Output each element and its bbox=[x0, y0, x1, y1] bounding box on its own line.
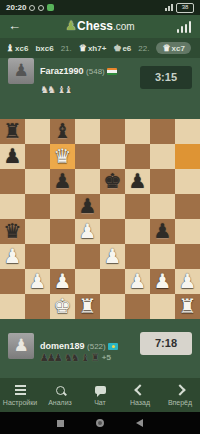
chat-button[interactable]: Чат bbox=[80, 384, 120, 406]
square-c2[interactable]: ♟ bbox=[50, 269, 75, 294]
logo-suffix: .com bbox=[113, 21, 135, 32]
square-d6[interactable] bbox=[75, 169, 100, 194]
white-queen-c7[interactable]: ♛ bbox=[50, 144, 75, 169]
square-d1[interactable]: ♜ bbox=[75, 294, 100, 319]
square-e2[interactable] bbox=[100, 269, 125, 294]
move-text: e6 bbox=[122, 44, 131, 53]
forward-label: Вперёд bbox=[168, 399, 192, 406]
black-pawn-f6[interactable]: ♟ bbox=[125, 169, 150, 194]
square-f7[interactable] bbox=[125, 144, 150, 169]
move-number[interactable]: 21. bbox=[61, 44, 72, 53]
square-c8[interactable]: ♝ bbox=[50, 119, 75, 144]
square-c7[interactable]: ♛ bbox=[50, 144, 75, 169]
square-g4[interactable]: ♟ bbox=[150, 219, 175, 244]
move-back-button[interactable]: Назад bbox=[120, 384, 160, 406]
signal-icon bbox=[165, 4, 173, 11]
square-d8[interactable] bbox=[75, 119, 100, 144]
square-e1[interactable] bbox=[100, 294, 125, 319]
white-rook-h1[interactable]: ♜ bbox=[175, 294, 200, 319]
captured-pawns: ♟♟♟ bbox=[40, 352, 61, 363]
white-rook-d1[interactable]: ♜ bbox=[75, 294, 100, 319]
square-h6[interactable] bbox=[175, 169, 200, 194]
clock-time: 20:20 bbox=[6, 3, 26, 12]
battery-icon: 38 bbox=[176, 3, 194, 13]
menu-icon bbox=[15, 385, 26, 387]
captured-pieces-tray: ♟♟♟♞♞♝♜+5 bbox=[40, 352, 111, 363]
back-triangle-icon[interactable] bbox=[136, 419, 143, 427]
move-forward-button[interactable]: Вперёд bbox=[160, 384, 200, 406]
analysis-label: Анализ bbox=[48, 399, 72, 406]
chesscom-logo: ♟Chess.com bbox=[0, 18, 200, 33]
square-g1[interactable] bbox=[150, 294, 175, 319]
white-b-move-icon: ♝ bbox=[6, 43, 14, 53]
move[interactable]: ♛xh7+ bbox=[79, 43, 107, 53]
square-c5[interactable] bbox=[50, 194, 75, 219]
square-e7[interactable] bbox=[100, 144, 125, 169]
square-c6[interactable]: ♟ bbox=[50, 169, 75, 194]
move-number[interactable]: 22. bbox=[138, 44, 149, 53]
chat-label: Чат bbox=[94, 399, 106, 406]
captured-knights: ♞♞ bbox=[40, 84, 54, 95]
kazakhstan-flag-icon bbox=[108, 343, 118, 350]
analysis-icon bbox=[56, 386, 65, 395]
settings-button[interactable]: Настройки bbox=[0, 384, 40, 406]
bottom-toolbar: Настройки Анализ Чат Назад Вперёд bbox=[0, 378, 200, 412]
player-name-row[interactable]: domen189 (522) bbox=[40, 341, 118, 351]
app-header: ← ♟Chess.com bbox=[0, 15, 200, 38]
india-flag-icon bbox=[107, 68, 117, 75]
captured-bishops: ♝ bbox=[81, 352, 88, 363]
pawn-logo-icon: ♟ bbox=[65, 18, 77, 33]
square-a8[interactable]: ♜ bbox=[0, 119, 25, 144]
analysis-button[interactable]: Анализ bbox=[40, 384, 80, 406]
square-d7[interactable] bbox=[75, 144, 100, 169]
clock-bottom: 7:18 bbox=[140, 332, 192, 355]
white-pawn-d4[interactable]: ♟ bbox=[75, 219, 100, 244]
move-text: xc7 bbox=[172, 44, 185, 53]
move-text: bxc6 bbox=[35, 44, 53, 53]
square-e8[interactable] bbox=[100, 119, 125, 144]
square-a3[interactable]: ♟ bbox=[0, 244, 25, 269]
square-a6[interactable] bbox=[0, 169, 25, 194]
square-e4[interactable] bbox=[100, 219, 125, 244]
player-name-row[interactable]: Faraz1990 (548) bbox=[40, 66, 117, 76]
move[interactable]: ♚e6 bbox=[113, 43, 131, 53]
square-f5[interactable] bbox=[125, 194, 150, 219]
square-c3[interactable] bbox=[50, 244, 75, 269]
white-pawn-f2[interactable]: ♟ bbox=[125, 269, 150, 294]
avatar-piece-icon: ♟ bbox=[13, 61, 28, 80]
square-g6[interactable] bbox=[150, 169, 175, 194]
square-b6[interactable] bbox=[25, 169, 50, 194]
move-text: xh7+ bbox=[88, 44, 106, 53]
timer-icon bbox=[38, 5, 44, 11]
square-b2[interactable]: ♟ bbox=[25, 269, 50, 294]
square-f1[interactable] bbox=[125, 294, 150, 319]
connection-bars-icon[interactable] bbox=[177, 21, 192, 33]
white-king-c1[interactable]: ♚ bbox=[50, 294, 75, 319]
chess-board[interactable]: ♜♝♟♛♟♚♟♟♛♟♟♟♟♟♟♟♟♟♚♜♜ bbox=[0, 119, 200, 319]
move[interactable]: bxc6 bbox=[35, 44, 53, 53]
black-king-e6[interactable]: ♚ bbox=[100, 169, 125, 194]
square-c4[interactable] bbox=[50, 219, 75, 244]
move-text: xc6 bbox=[15, 44, 28, 53]
black-pawn-g4[interactable]: ♟ bbox=[150, 219, 175, 244]
square-e6[interactable]: ♚ bbox=[100, 169, 125, 194]
square-b3[interactable] bbox=[25, 244, 50, 269]
player-name: Faraz1990 bbox=[40, 66, 84, 76]
captured-rooks: ♜ bbox=[91, 352, 98, 363]
white-pawn-c2[interactable]: ♟ bbox=[50, 269, 75, 294]
square-f8[interactable] bbox=[125, 119, 150, 144]
captured-bishops: ♝♝ bbox=[57, 84, 71, 95]
square-g7[interactable] bbox=[150, 144, 175, 169]
square-d3[interactable] bbox=[75, 244, 100, 269]
square-b7[interactable] bbox=[25, 144, 50, 169]
square-f4[interactable] bbox=[125, 219, 150, 244]
square-h7[interactable] bbox=[175, 144, 200, 169]
square-d2[interactable] bbox=[75, 269, 100, 294]
square-d5[interactable]: ♟ bbox=[75, 194, 100, 219]
square-c1[interactable]: ♚ bbox=[50, 294, 75, 319]
white-pawn-b2[interactable]: ♟ bbox=[25, 269, 50, 294]
square-g2[interactable]: ♟ bbox=[150, 269, 175, 294]
square-g3[interactable] bbox=[150, 244, 175, 269]
status-bar: 20:20 38 bbox=[0, 0, 200, 15]
black-pawn-c6[interactable]: ♟ bbox=[50, 169, 75, 194]
android-nav-bar bbox=[0, 412, 200, 434]
move-list[interactable]: ♝xc6bxc621.♛xh7+♚e622.♛xc7 bbox=[0, 38, 200, 58]
black-k-move-icon: ♚ bbox=[113, 43, 121, 53]
alarm-icon bbox=[29, 5, 35, 11]
square-h2[interactable]: ♟ bbox=[175, 269, 200, 294]
clock-top: 3:15 bbox=[140, 66, 192, 89]
square-a5[interactable] bbox=[0, 194, 25, 219]
player-rating: (522) bbox=[87, 342, 106, 351]
square-d4[interactable]: ♟ bbox=[75, 219, 100, 244]
white-pawn-e3[interactable]: ♟ bbox=[100, 244, 125, 269]
square-b8[interactable] bbox=[25, 119, 50, 144]
square-a1[interactable] bbox=[0, 294, 25, 319]
white-q-move-icon: ♛ bbox=[162, 43, 170, 53]
logo-text: Chess bbox=[77, 19, 113, 33]
square-e3[interactable]: ♟ bbox=[100, 244, 125, 269]
square-h4[interactable] bbox=[175, 219, 200, 244]
forward-icon bbox=[174, 384, 185, 395]
square-h3[interactable] bbox=[175, 244, 200, 269]
square-f3[interactable] bbox=[125, 244, 150, 269]
player-panel-top: ♟ Faraz1990 (548) ♞♞♝♝ 3:15 bbox=[0, 58, 200, 119]
square-a4[interactable]: ♛ bbox=[0, 219, 25, 244]
current-move[interactable]: ♛xc7 bbox=[156, 42, 190, 54]
home-circle-icon[interactable] bbox=[96, 419, 104, 427]
square-f2[interactable]: ♟ bbox=[125, 269, 150, 294]
captured-pieces-tray: ♞♞♝♝ bbox=[40, 84, 71, 95]
square-b1[interactable] bbox=[25, 294, 50, 319]
player-rating: (548) bbox=[86, 67, 105, 76]
back-icon bbox=[134, 384, 145, 395]
square-g8[interactable] bbox=[150, 119, 175, 144]
black-pawn-d5[interactable]: ♟ bbox=[75, 194, 100, 219]
chat-icon bbox=[95, 386, 106, 394]
square-f6[interactable]: ♟ bbox=[125, 169, 150, 194]
white-pawn-g2[interactable]: ♟ bbox=[150, 269, 175, 294]
avatar-piece-icon: ♟ bbox=[13, 336, 28, 355]
recents-square-icon[interactable] bbox=[57, 420, 64, 427]
square-h8[interactable] bbox=[175, 119, 200, 144]
black-bishop-c8[interactable]: ♝ bbox=[50, 119, 75, 144]
square-a7[interactable]: ♟ bbox=[0, 144, 25, 169]
black-queen-a4[interactable]: ♛ bbox=[0, 219, 25, 244]
move[interactable]: ♝xc6 bbox=[6, 43, 28, 53]
black-pawn-a7[interactable]: ♟ bbox=[0, 144, 25, 169]
square-a2[interactable] bbox=[0, 269, 25, 294]
square-e5[interactable] bbox=[100, 194, 125, 219]
settings-label: Настройки bbox=[3, 399, 37, 406]
white-pawn-a3[interactable]: ♟ bbox=[0, 244, 25, 269]
white-pawn-h2[interactable]: ♟ bbox=[175, 269, 200, 294]
avatar[interactable]: ♟ bbox=[8, 58, 34, 84]
square-h5[interactable] bbox=[175, 194, 200, 219]
notification-app-icon bbox=[47, 4, 54, 11]
square-b5[interactable] bbox=[25, 194, 50, 219]
back-label: Назад bbox=[130, 399, 150, 406]
captured-knights: ♞♞ bbox=[64, 352, 78, 363]
player-panel-bottom: ♟ domen189 (522) ♟♟♟♞♞♝♜+5 7:18 bbox=[0, 319, 200, 378]
player-name: domen189 bbox=[40, 341, 85, 351]
black-rook-a8[interactable]: ♜ bbox=[0, 119, 25, 144]
avatar[interactable]: ♟ bbox=[8, 333, 34, 359]
material-advantage: +5 bbox=[102, 353, 111, 362]
white-q-move-icon: ♛ bbox=[79, 43, 87, 53]
square-h1[interactable]: ♜ bbox=[175, 294, 200, 319]
square-b4[interactable] bbox=[25, 219, 50, 244]
square-g5[interactable] bbox=[150, 194, 175, 219]
